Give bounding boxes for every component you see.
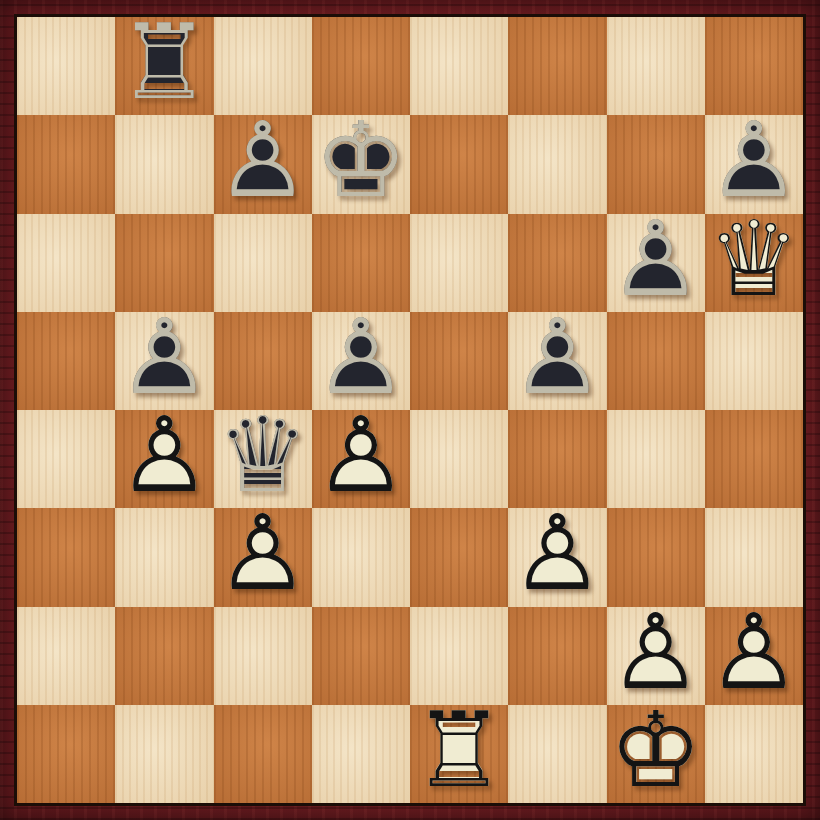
- square-a5[interactable]: [17, 312, 115, 410]
- square-e5[interactable]: [410, 312, 508, 410]
- square-a3[interactable]: [17, 508, 115, 606]
- square-h1[interactable]: [705, 705, 803, 803]
- square-f2[interactable]: [508, 607, 606, 705]
- rook-glyph-outline: ♖: [115, 10, 213, 114]
- square-a1[interactable]: [17, 705, 115, 803]
- piece-black-pawn-c7[interactable]: ♟♙: [214, 115, 312, 213]
- square-b4[interactable]: ♟♙: [115, 410, 213, 508]
- square-g5[interactable]: [607, 312, 705, 410]
- square-e8[interactable]: [410, 17, 508, 115]
- square-a2[interactable]: [17, 607, 115, 705]
- square-h6[interactable]: ♛♕: [705, 214, 803, 312]
- square-c2[interactable]: [214, 607, 312, 705]
- square-g1[interactable]: ♚♔: [607, 705, 705, 803]
- square-h4[interactable]: [705, 410, 803, 508]
- square-b1[interactable]: [115, 705, 213, 803]
- pawn-glyph-outline: ♙: [115, 403, 213, 507]
- rook-glyph-outline: ♖: [410, 698, 508, 802]
- square-e3[interactable]: [410, 508, 508, 606]
- square-b2[interactable]: [115, 607, 213, 705]
- square-h2[interactable]: ♟♙: [705, 607, 803, 705]
- square-g4[interactable]: [607, 410, 705, 508]
- square-g6[interactable]: ♟♙: [607, 214, 705, 312]
- square-a8[interactable]: [17, 17, 115, 115]
- square-d7[interactable]: ♚♔: [312, 115, 410, 213]
- pawn-glyph-outline: ♙: [214, 501, 312, 605]
- square-f7[interactable]: [508, 115, 606, 213]
- square-d4[interactable]: ♟♙: [312, 410, 410, 508]
- board-frame: ♜♖♟♙♚♔♟♙♟♙♛♕♟♙♟♙♟♙♟♙♛♕♟♙♟♙♟♙♟♙♟♙♜♖♚♔: [0, 0, 820, 820]
- square-a7[interactable]: [17, 115, 115, 213]
- square-f3[interactable]: ♟♙: [508, 508, 606, 606]
- pawn-glyph-outline: ♙: [508, 305, 606, 409]
- square-f1[interactable]: [508, 705, 606, 803]
- piece-white-pawn-h2[interactable]: ♟♙: [705, 607, 803, 705]
- pawn-glyph-outline: ♙: [312, 403, 410, 507]
- piece-black-king-d7[interactable]: ♚♔: [312, 115, 410, 213]
- piece-white-pawn-c3[interactable]: ♟♙: [214, 508, 312, 606]
- king-glyph-outline: ♔: [607, 698, 705, 802]
- square-e1[interactable]: ♜♖: [410, 705, 508, 803]
- square-c1[interactable]: [214, 705, 312, 803]
- square-b8[interactable]: ♜♖: [115, 17, 213, 115]
- square-f8[interactable]: [508, 17, 606, 115]
- square-a6[interactable]: [17, 214, 115, 312]
- pawn-glyph-outline: ♙: [508, 501, 606, 605]
- square-h5[interactable]: [705, 312, 803, 410]
- square-c7[interactable]: ♟♙: [214, 115, 312, 213]
- piece-white-king-g1[interactable]: ♚♔: [607, 705, 705, 803]
- piece-black-rook-b8[interactable]: ♜♖: [115, 17, 213, 115]
- chess-board: ♜♖♟♙♚♔♟♙♟♙♛♕♟♙♟♙♟♙♟♙♛♕♟♙♟♙♟♙♟♙♟♙♜♖♚♔: [14, 14, 806, 806]
- queen-glyph-outline: ♕: [705, 206, 803, 310]
- square-e4[interactable]: [410, 410, 508, 508]
- pawn-glyph-outline: ♙: [607, 206, 705, 310]
- piece-black-pawn-f5[interactable]: ♟♙: [508, 312, 606, 410]
- king-glyph-outline: ♔: [312, 108, 410, 212]
- square-a4[interactable]: [17, 410, 115, 508]
- piece-white-pawn-d4[interactable]: ♟♙: [312, 410, 410, 508]
- square-e7[interactable]: [410, 115, 508, 213]
- square-f5[interactable]: ♟♙: [508, 312, 606, 410]
- square-c6[interactable]: [214, 214, 312, 312]
- square-c3[interactable]: ♟♙: [214, 508, 312, 606]
- square-b7[interactable]: [115, 115, 213, 213]
- square-b3[interactable]: [115, 508, 213, 606]
- piece-black-pawn-g6[interactable]: ♟♙: [607, 214, 705, 312]
- square-g8[interactable]: [607, 17, 705, 115]
- pawn-glyph-outline: ♙: [214, 108, 312, 212]
- pawn-glyph-outline: ♙: [705, 599, 803, 703]
- square-e6[interactable]: [410, 214, 508, 312]
- piece-white-rook-e1[interactable]: ♜♖: [410, 705, 508, 803]
- piece-white-pawn-f3[interactable]: ♟♙: [508, 508, 606, 606]
- piece-white-queen-h6[interactable]: ♛♕: [705, 214, 803, 312]
- piece-white-pawn-b4[interactable]: ♟♙: [115, 410, 213, 508]
- square-d1[interactable]: [312, 705, 410, 803]
- square-d3[interactable]: [312, 508, 410, 606]
- square-d2[interactable]: [312, 607, 410, 705]
